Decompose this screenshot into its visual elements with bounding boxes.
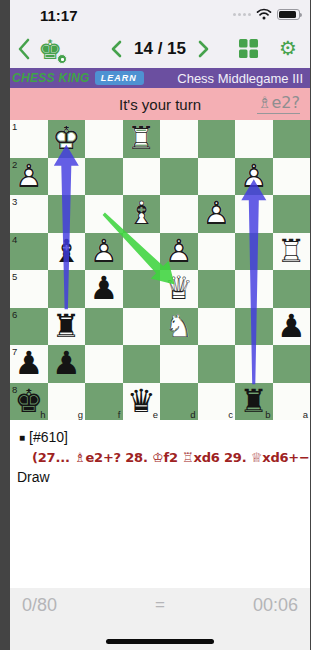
rank-label-5: 5 [12, 272, 17, 282]
puzzle-list-grid-icon[interactable] [239, 39, 258, 58]
battery-icon [277, 9, 300, 20]
square-a7[interactable] [273, 345, 311, 383]
square-e4[interactable] [123, 233, 161, 271]
puzzle-pager: 14 / 15 [10, 30, 310, 68]
piece-white-pawn-f4[interactable]: ♟♙ [85, 233, 123, 271]
square-f3[interactable] [85, 195, 123, 233]
square-b1[interactable] [235, 120, 273, 158]
square-a5[interactable] [273, 270, 311, 308]
puzzle-counter: 14 / 15 [134, 39, 186, 59]
navigation-bar: ♚ 14 / 15 ⚙ [10, 30, 310, 68]
brand-name: CHESS KING [12, 71, 90, 85]
piece-black-pawn-g7[interactable]: ♟ [48, 345, 86, 383]
piece-black-king-h8[interactable]: ♚ [10, 383, 48, 421]
file-label-g: g [78, 410, 83, 420]
square-a8[interactable]: a [273, 383, 311, 421]
square-c5[interactable] [198, 270, 236, 308]
home-indicator[interactable] [106, 639, 214, 644]
status-icons [233, 8, 300, 20]
brand-bar: CHESS KING LEARN Chess Middlegame III [10, 68, 310, 88]
learn-badge[interactable]: LEARN [95, 71, 144, 85]
square-e6[interactable] [123, 308, 161, 346]
square-b6[interactable] [235, 308, 273, 346]
piece-black-rook-b8[interactable]: ♜ [235, 383, 273, 421]
chess-board[interactable]: 12345678hgfedcba ♚♔♜♖♟♙♟♙♝♗♟♙♝♟♙♟♙♜♖♟♛♕♜… [10, 120, 310, 420]
square-c8[interactable]: c [198, 383, 236, 421]
square-g8[interactable]: g [48, 383, 86, 421]
square-h3[interactable]: 3 [10, 195, 48, 233]
square-b5[interactable] [235, 270, 273, 308]
settings-gear-icon[interactable]: ⚙ [279, 36, 297, 60]
file-label-a: a [303, 410, 308, 420]
file-label-d: d [190, 410, 195, 420]
piece-white-rook-e1[interactable]: ♜♖ [123, 120, 161, 158]
square-g2[interactable] [48, 158, 86, 196]
piece-white-pawn-b2[interactable]: ♟♙ [235, 158, 273, 196]
result-text: Draw [17, 469, 304, 485]
square-a2[interactable] [273, 158, 311, 196]
rank-label-1: 1 [12, 122, 17, 132]
piece-white-knight-d6[interactable]: ♞♘ [160, 308, 198, 346]
piece-black-bishop-g4[interactable]: ♝ [48, 233, 86, 271]
square-d2[interactable] [160, 158, 198, 196]
square-d3[interactable] [160, 195, 198, 233]
square-d8[interactable]: d [160, 383, 198, 421]
square-h4[interactable]: 4 [10, 233, 48, 271]
square-h1[interactable]: 1 [10, 120, 48, 158]
square-b3[interactable] [235, 195, 273, 233]
square-f6[interactable] [85, 308, 123, 346]
square-c2[interactable] [198, 158, 236, 196]
square-h5[interactable]: 5 [10, 270, 48, 308]
square-a1[interactable] [273, 120, 311, 158]
square-h6[interactable]: 6 [10, 308, 48, 346]
piece-white-pawn-c3[interactable]: ♟♙ [198, 195, 236, 233]
piece-white-king-g1[interactable]: ♚♔ [48, 120, 86, 158]
file-label-c: c [228, 410, 233, 420]
rank-label-3: 3 [12, 197, 17, 207]
turn-banner: It's your turn ♗e2? [10, 88, 310, 120]
app-screen: 11:17 ♚ 14 / 15 [10, 0, 310, 650]
rank-label-6: 6 [12, 310, 17, 320]
piece-white-pawn-d4[interactable]: ♟♙ [160, 233, 198, 271]
annotation-panel: ■[#610] (27... ♗e2+? 28. ♔f2 ♖xd6 29. ♕x… [10, 420, 310, 485]
piece-black-queen-e8[interactable]: ♛ [123, 383, 161, 421]
puzzle-id: [#610] [29, 429, 68, 445]
piece-black-rook-g6[interactable]: ♜ [48, 308, 86, 346]
last-move-link[interactable]: ♗e2? [257, 93, 300, 114]
piece-white-queen-d5[interactable]: ♛♕ [160, 270, 198, 308]
course-title: Chess Middlegame III [177, 71, 303, 86]
square-b7[interactable] [235, 345, 273, 383]
piece-black-pawn-f5[interactable]: ♟ [85, 270, 123, 308]
rank-label-4: 4 [12, 235, 17, 245]
clock: 11:17 [40, 7, 78, 24]
square-f7[interactable] [85, 345, 123, 383]
square-f2[interactable] [85, 158, 123, 196]
black-to-move-marker: ■ [19, 432, 25, 443]
bottom-bar: 0/80 = 00:06 [10, 588, 310, 650]
square-a3[interactable] [273, 195, 311, 233]
square-b4[interactable] [235, 233, 273, 271]
square-e2[interactable] [123, 158, 161, 196]
status-bar: 11:17 [10, 0, 310, 30]
square-d7[interactable] [160, 345, 198, 383]
piece-black-pawn-h7[interactable]: ♟ [10, 345, 48, 383]
variation-line: (27... ♗e2+? 28. ♔f2 ♖xd6 29. ♕xd6+−) [32, 450, 304, 465]
elapsed-timer: 00:06 [253, 595, 298, 616]
square-e5[interactable] [123, 270, 161, 308]
square-c6[interactable] [198, 308, 236, 346]
next-puzzle-icon[interactable] [198, 40, 209, 58]
square-g5[interactable] [48, 270, 86, 308]
square-f1[interactable] [85, 120, 123, 158]
square-c7[interactable] [198, 345, 236, 383]
square-g3[interactable] [48, 195, 86, 233]
square-f8[interactable]: f [85, 383, 123, 421]
piece-white-pawn-h2[interactable]: ♟♙ [10, 158, 48, 196]
cellular-signal-icon [233, 9, 251, 19]
wifi-icon [256, 8, 272, 20]
piece-black-pawn-a6[interactable]: ♟ [273, 308, 311, 346]
file-label-f: f [118, 410, 121, 420]
square-e7[interactable] [123, 345, 161, 383]
previous-puzzle-icon[interactable] [111, 40, 122, 58]
square-c4[interactable] [198, 233, 236, 271]
square-c1[interactable] [198, 120, 236, 158]
piece-white-bishop-e3[interactable]: ♝♗ [123, 195, 161, 233]
square-d1[interactable] [160, 120, 198, 158]
puzzle-header: ■[#610] [19, 429, 304, 445]
piece-white-rook-a4[interactable]: ♜♖ [273, 233, 311, 271]
